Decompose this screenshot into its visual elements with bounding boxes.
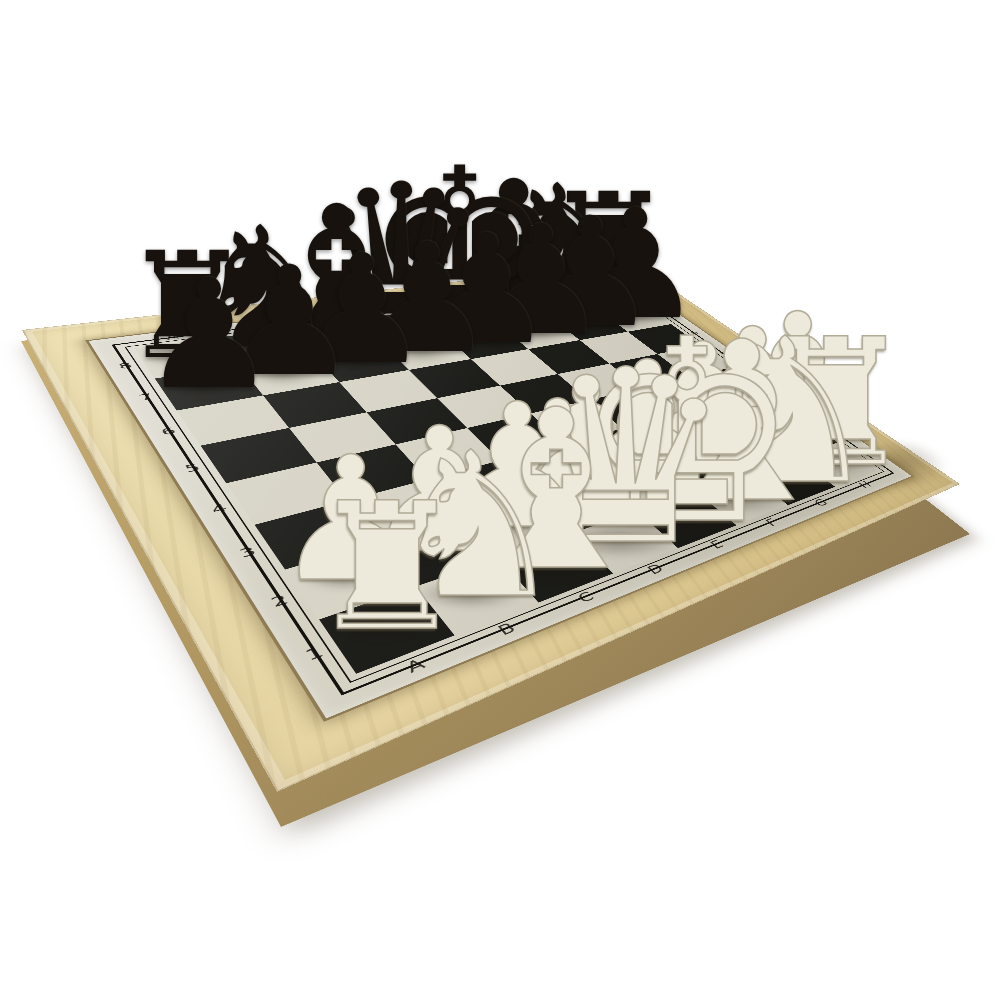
chess-set-photo: 8877665544332211AABBCCDDEEFFGGHH ♜♞♝♛♚♝♞… — [0, 0, 1000, 1000]
